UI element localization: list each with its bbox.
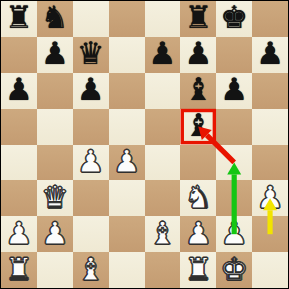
square-c6[interactable]: ♟	[73, 73, 109, 109]
square-b5[interactable]	[37, 109, 73, 145]
square-h5[interactable]	[252, 109, 288, 145]
square-a7[interactable]	[1, 37, 37, 73]
square-g3[interactable]	[216, 180, 252, 216]
white-queen[interactable]: ♛	[41, 182, 69, 213]
square-f8[interactable]: ♜	[180, 1, 216, 37]
black-pawn[interactable]: ♟	[77, 74, 105, 105]
black-bishop[interactable]: ♝	[184, 110, 212, 141]
square-b4[interactable]	[37, 145, 73, 181]
square-b3[interactable]: ♛	[37, 180, 73, 216]
square-e5[interactable]	[145, 109, 181, 145]
white-pawn[interactable]: ♟	[184, 218, 212, 249]
square-f5[interactable]: ♝	[180, 109, 216, 145]
white-bishop[interactable]: ♝	[77, 254, 105, 285]
black-pawn[interactable]: ♟	[184, 38, 212, 69]
square-e3[interactable]	[145, 180, 181, 216]
square-e8[interactable]	[145, 1, 181, 37]
black-pawn[interactable]: ♟	[256, 38, 284, 69]
square-c2[interactable]	[73, 216, 109, 252]
square-a3[interactable]	[1, 180, 37, 216]
black-rook[interactable]: ♜	[184, 2, 212, 33]
white-pawn[interactable]: ♟	[77, 146, 105, 177]
square-g4[interactable]	[216, 145, 252, 181]
square-h7[interactable]: ♟	[252, 37, 288, 73]
square-e7[interactable]: ♟	[145, 37, 181, 73]
square-a8[interactable]: ♜	[1, 1, 37, 37]
black-bishop[interactable]: ♝	[184, 74, 212, 105]
square-a2[interactable]: ♟	[1, 216, 37, 252]
square-e2[interactable]: ♝	[145, 216, 181, 252]
square-b7[interactable]: ♟	[37, 37, 73, 73]
square-d8[interactable]	[109, 1, 145, 37]
square-e1[interactable]	[145, 252, 181, 288]
square-f6[interactable]: ♝	[180, 73, 216, 109]
square-h8[interactable]	[252, 1, 288, 37]
white-knight[interactable]: ♞	[184, 182, 212, 213]
square-c3[interactable]	[73, 180, 109, 216]
square-h1[interactable]	[252, 252, 288, 288]
square-d3[interactable]	[109, 180, 145, 216]
white-pawn[interactable]: ♟	[220, 218, 248, 249]
square-f3[interactable]: ♞	[180, 180, 216, 216]
white-pawn[interactable]: ♟	[5, 218, 33, 249]
black-rook[interactable]: ♜	[5, 2, 33, 33]
white-pawn[interactable]: ♟	[41, 218, 69, 249]
white-pawn[interactable]: ♟	[256, 182, 284, 213]
square-c7[interactable]: ♛	[73, 37, 109, 73]
square-b6[interactable]	[37, 73, 73, 109]
square-d6[interactable]	[109, 73, 145, 109]
white-rook[interactable]: ♜	[5, 254, 33, 285]
square-g1[interactable]: ♚	[216, 252, 252, 288]
black-queen[interactable]: ♛	[77, 38, 105, 69]
square-g8[interactable]: ♚	[216, 1, 252, 37]
square-h3[interactable]: ♟	[252, 180, 288, 216]
black-knight[interactable]: ♞	[41, 2, 69, 33]
square-c8[interactable]	[73, 1, 109, 37]
white-rook[interactable]: ♜	[184, 254, 212, 285]
square-d1[interactable]	[109, 252, 145, 288]
square-f4[interactable]	[180, 145, 216, 181]
white-pawn[interactable]: ♟	[113, 146, 141, 177]
square-h2[interactable]	[252, 216, 288, 252]
square-g6[interactable]: ♟	[216, 73, 252, 109]
square-e4[interactable]	[145, 145, 181, 181]
square-h4[interactable]	[252, 145, 288, 181]
white-king[interactable]: ♚	[220, 254, 248, 285]
square-c4[interactable]: ♟	[73, 145, 109, 181]
board-grid: ♜♞♜♚♟♛♟♟♟♟♟♝♟♝♟♟♛♞♟♟♟♝♟♟♜♝♜♚	[1, 1, 288, 288]
square-b2[interactable]: ♟	[37, 216, 73, 252]
square-b8[interactable]: ♞	[37, 1, 73, 37]
square-a5[interactable]	[1, 109, 37, 145]
square-f2[interactable]: ♟	[180, 216, 216, 252]
square-h6[interactable]	[252, 73, 288, 109]
square-a1[interactable]: ♜	[1, 252, 37, 288]
square-g5[interactable]	[216, 109, 252, 145]
black-pawn[interactable]: ♟	[5, 74, 33, 105]
chess-board: ♜♞♜♚♟♛♟♟♟♟♟♝♟♝♟♟♛♞♟♟♟♝♟♟♜♝♜♚	[0, 0, 289, 289]
square-d4[interactable]: ♟	[109, 145, 145, 181]
square-f7[interactable]: ♟	[180, 37, 216, 73]
square-d7[interactable]	[109, 37, 145, 73]
black-pawn[interactable]: ♟	[41, 38, 69, 69]
square-c5[interactable]	[73, 109, 109, 145]
square-g7[interactable]	[216, 37, 252, 73]
black-pawn[interactable]: ♟	[149, 38, 177, 69]
square-c1[interactable]: ♝	[73, 252, 109, 288]
square-e6[interactable]	[145, 73, 181, 109]
square-d2[interactable]	[109, 216, 145, 252]
square-b1[interactable]	[37, 252, 73, 288]
black-king[interactable]: ♚	[220, 2, 248, 33]
square-a6[interactable]: ♟	[1, 73, 37, 109]
black-pawn[interactable]: ♟	[220, 74, 248, 105]
square-d5[interactable]	[109, 109, 145, 145]
square-g2[interactable]: ♟	[216, 216, 252, 252]
square-a4[interactable]	[1, 145, 37, 181]
white-bishop[interactable]: ♝	[149, 218, 177, 249]
square-f1[interactable]: ♜	[180, 252, 216, 288]
